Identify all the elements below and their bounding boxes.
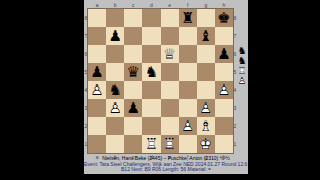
square-c3[interactable]: ♟ [124,99,142,117]
tray-white-pawn: ♟♙ [236,76,248,86]
square-e4[interactable] [161,81,179,99]
square-h2[interactable] [215,117,233,135]
square-g2[interactable]: ♝♗ [197,117,215,135]
square-c6[interactable] [124,45,142,63]
square-f4[interactable] [179,81,197,99]
square-f5[interactable] [179,63,197,81]
piece-outline: ♙ [197,99,215,117]
square-d1[interactable]: ♜♖ [142,135,160,153]
square-f7[interactable] [179,27,197,45]
piece-black-king[interactable]: ♚ [215,9,233,27]
square-g3[interactable]: ♟♙ [197,99,215,117]
file-label-e: e [161,1,179,9]
square-e8[interactable] [161,9,179,27]
rank-label-8: 8 [233,9,237,27]
square-a1[interactable] [88,135,106,153]
square-h6[interactable]: ♟ [215,45,233,63]
square-c4[interactable] [124,81,142,99]
game-caption: Nielsen, Hans Beke (2445) – Puschke, Ant… [84,156,248,173]
piece-outline: ♕ [161,45,179,63]
square-b7[interactable]: ♟ [106,27,124,45]
piece-white-pawn[interactable]: ♟♙ [179,117,197,135]
file-label-g: g [197,1,215,9]
square-d7[interactable] [142,27,160,45]
square-g6[interactable] [197,45,215,63]
square-e5[interactable] [161,63,179,81]
square-a4[interactable]: ♟♙ [88,81,106,99]
piece-white-pawn[interactable]: ♟♙ [197,99,215,117]
stats-line: B12 Next: B9 R06 Length: 56 Material: = [84,167,248,173]
square-g5[interactable] [197,63,215,81]
square-c7[interactable] [124,27,142,45]
square-b4[interactable]: ♞ [106,81,124,99]
piece-outline: ♙ [236,76,248,86]
piece-white-bishop[interactable]: ♝♗ [197,117,215,135]
file-label-d: d [142,1,160,9]
square-b3[interactable]: ♟♙ [106,99,124,117]
piece-outline: ♙ [215,81,233,99]
piece-white-king[interactable]: ♚♔ [197,135,215,153]
square-e2[interactable] [161,117,179,135]
piece-outline: ♔ [197,135,215,153]
square-a8[interactable] [88,9,106,27]
chess-panel: abcdefgh 87654321 ♜♚♟♝♛♕♟♟♛♞♟♙♞♟♙♟♙♟♟♙♟♙… [84,0,248,174]
square-d6[interactable] [142,45,160,63]
piece-white-queen[interactable]: ♛♕ [161,45,179,63]
square-c2[interactable] [124,117,142,135]
piece-black-knight[interactable]: ♞ [106,81,124,99]
piece-outline: ♙ [106,99,124,117]
square-b8[interactable] [106,9,124,27]
square-b5[interactable] [106,63,124,81]
square-g4[interactable] [197,81,215,99]
piece-white-rook[interactable]: ♜♖ [161,135,179,153]
square-g7[interactable]: ♝ [197,27,215,45]
square-g8[interactable] [197,9,215,27]
square-h4[interactable]: ♟♙ [215,81,233,99]
file-label-c: c [124,1,142,9]
file-labels-top: abcdefgh [88,1,233,9]
rank-label-3: 3 [233,99,237,117]
piece-outline: ♙ [179,117,197,135]
square-f6[interactable] [179,45,197,63]
square-a2[interactable] [88,117,106,135]
piece-white-pawn[interactable]: ♟♙ [88,81,106,99]
square-e3[interactable] [161,99,179,117]
square-f8[interactable]: ♜ [179,9,197,27]
square-h5[interactable] [215,63,233,81]
file-label-f: f [179,1,197,9]
rank-label-1: 1 [233,135,237,153]
square-b2[interactable] [106,117,124,135]
piece-black-queen[interactable]: ♛ [124,63,142,81]
square-d2[interactable] [142,117,160,135]
file-label-a: a [88,1,106,9]
square-h1[interactable] [215,135,233,153]
square-a5[interactable]: ♟ [88,63,106,81]
square-h7[interactable] [215,27,233,45]
square-a3[interactable] [88,99,106,117]
piece-outline: ♖ [142,135,160,153]
square-c5[interactable]: ♛ [124,63,142,81]
square-e1[interactable]: ♜♖ [161,135,179,153]
piece-black-rook[interactable]: ♜ [179,9,197,27]
square-b1[interactable] [106,135,124,153]
square-g1[interactable]: ♚♔ [197,135,215,153]
square-d5[interactable]: ♞ [142,63,160,81]
piece-black-pawn[interactable]: ♟ [88,63,106,81]
square-f3[interactable] [179,99,197,117]
square-d4[interactable] [142,81,160,99]
piece-outline: ♖ [161,135,179,153]
square-c8[interactable] [124,9,142,27]
square-f2[interactable]: ♟♙ [179,117,197,135]
square-a6[interactable] [88,45,106,63]
piece-black-knight[interactable]: ♞ [142,63,160,81]
square-d8[interactable] [142,9,160,27]
piece-black-pawn[interactable]: ♟ [124,99,142,117]
square-a7[interactable] [88,27,106,45]
square-h8[interactable]: ♚ [215,9,233,27]
square-e7[interactable] [161,27,179,45]
captured-material-tray: ♞♞♜♖♟♙ [236,46,248,86]
piece-black-bishop[interactable]: ♝ [197,27,215,45]
chess-board[interactable]: ♜♚♟♝♛♕♟♟♛♞♟♙♞♟♙♟♙♟♟♙♟♙♝♗♜♖♜♖♚♔ [88,9,233,153]
piece-black-pawn[interactable]: ♟ [215,45,233,63]
piece-white-pawn[interactable]: ♟♙ [106,99,124,117]
square-e6[interactable]: ♛♕ [161,45,179,63]
piece-black-pawn[interactable]: ♟ [106,27,124,45]
piece-outline: ♙ [88,81,106,99]
piece-outline: ♗ [197,117,215,135]
square-h3[interactable] [215,99,233,117]
square-b6[interactable] [106,45,124,63]
file-label-b: b [106,1,124,9]
square-d3[interactable] [142,99,160,117]
file-label-h: h [215,1,233,9]
rank-label-7: 7 [233,27,237,45]
square-f1[interactable] [179,135,197,153]
rank-label-2: 2 [233,117,237,135]
piece-white-rook[interactable]: ♜♖ [142,135,160,153]
piece-white-pawn[interactable]: ♟♙ [215,81,233,99]
square-c1[interactable] [124,135,142,153]
